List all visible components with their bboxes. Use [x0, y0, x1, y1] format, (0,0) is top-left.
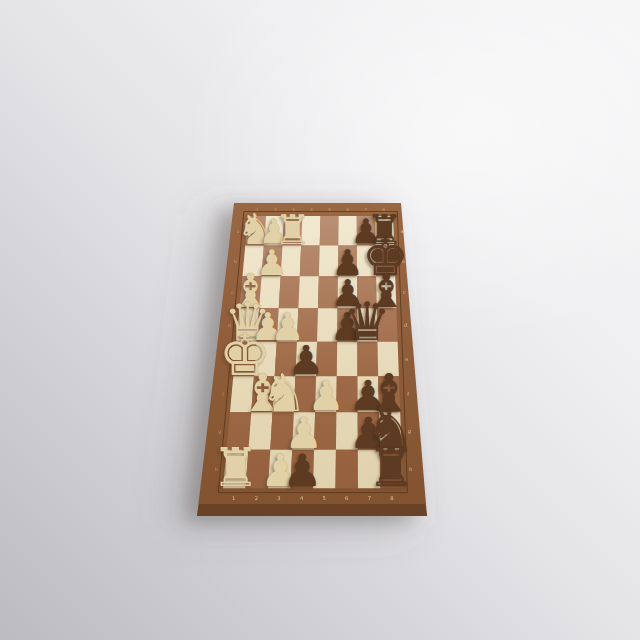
rank-label-top-5: 5	[328, 207, 331, 212]
rank-label-bottom-6: 6	[345, 495, 348, 501]
rank-label-top-4: 4	[310, 207, 313, 212]
file-label-right-a: a	[401, 228, 404, 234]
board-frame-edge	[197, 504, 427, 516]
rank-label-top-8: 8	[383, 207, 386, 212]
rank-label-bottom-5: 5	[322, 495, 325, 501]
file-label-left-a: a	[237, 229, 240, 234]
file-label-left-g: g	[218, 429, 221, 434]
rank-label-bottom-8: 8	[390, 495, 393, 501]
file-label-left-b: b	[234, 259, 237, 264]
file-label-right-g: g	[408, 428, 411, 435]
file-label-left-d: d	[228, 323, 231, 328]
rank-label-top-7: 7	[364, 207, 367, 212]
file-label-right-b: b	[402, 258, 405, 264]
file-label-right-d: d	[404, 322, 407, 328]
chess-board: 1122334455667788aabbccddeeffgghh	[0, 0, 640, 640]
file-label-right-e: e	[405, 356, 408, 362]
rank-label-bottom-1: 1	[232, 495, 235, 501]
rank-label-bottom-7: 7	[368, 495, 371, 501]
file-label-left-h: h	[215, 467, 218, 472]
rank-label-top-3: 3	[292, 207, 295, 212]
file-label-right-c: c	[403, 289, 406, 295]
depth-haze	[223, 216, 403, 488]
rank-label-top-6: 6	[346, 207, 349, 212]
file-label-right-f: f	[407, 391, 409, 397]
rank-label-bottom-3: 3	[277, 495, 280, 501]
rank-label-bottom-2: 2	[255, 495, 258, 501]
photo-scene: 1122334455667788aabbccddeeffgghh ♞♟♜♟♝♛♟…	[0, 0, 640, 640]
file-label-right-h: h	[409, 466, 412, 472]
file-label-left-e: e	[225, 357, 228, 362]
